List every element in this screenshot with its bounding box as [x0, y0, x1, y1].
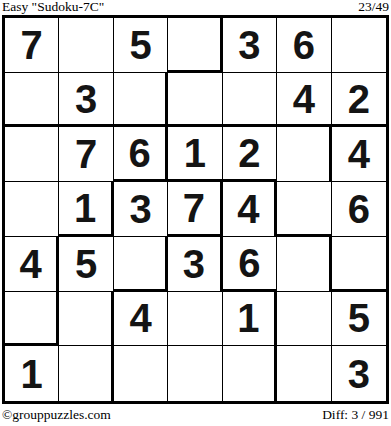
cell-r3c6: [277, 127, 331, 182]
cell-r2c4: [168, 73, 222, 128]
difficulty-text: Diff: 3 / 991: [322, 407, 389, 422]
cell-r2c3: [114, 73, 168, 128]
footer-bar: ©grouppuzzles.com Diff: 3 / 991: [2, 407, 389, 423]
puzzle-counter: 23/49: [358, 0, 389, 14]
cell-r6c6: [277, 292, 331, 347]
cell-r1c2: [59, 18, 113, 73]
cell-r1c3: 5: [114, 18, 168, 73]
cell-r6c7: 5: [332, 292, 386, 347]
cell-r3c7: 4: [332, 127, 386, 182]
cell-r5c7: [332, 237, 386, 292]
cell-r1c6: 6: [277, 18, 331, 73]
cell-r2c6: 4: [277, 73, 331, 128]
cell-r5c2: 5: [59, 237, 113, 292]
cell-r3c1: [5, 127, 59, 182]
cell-r4c7: 6: [332, 182, 386, 237]
cell-r7c1: 1: [5, 346, 59, 401]
copyright-text: ©grouppuzzles.com: [2, 407, 111, 422]
cell-r7c5: [223, 346, 277, 401]
cell-r3c4: 1: [168, 127, 222, 182]
cell-r7c3: [114, 346, 168, 401]
cell-r4c6: [277, 182, 331, 237]
cell-r5c3: [114, 237, 168, 292]
cell-r4c1: [5, 182, 59, 237]
cell-r7c6: [277, 346, 331, 401]
cell-r6c5: 1: [223, 292, 277, 347]
cell-r5c4: 3: [168, 237, 222, 292]
cell-r2c2: 3: [59, 73, 113, 128]
cell-r6c1: [5, 292, 59, 347]
cell-r1c5: 3: [223, 18, 277, 73]
cell-r1c7: [332, 18, 386, 73]
cell-r1c1: 7: [5, 18, 59, 73]
cell-r4c5: 4: [223, 182, 277, 237]
cell-r1c4: [168, 18, 222, 73]
cell-r2c7: 2: [332, 73, 386, 128]
page-title: Easy "Sudoku-7C": [2, 0, 104, 14]
cell-r6c2: [59, 292, 113, 347]
cell-r7c4: [168, 346, 222, 401]
cell-r3c3: 6: [114, 127, 168, 182]
cell-r5c5: 6: [223, 237, 277, 292]
cell-r2c1: [5, 73, 59, 128]
cell-r7c7: 3: [332, 346, 386, 401]
cell-r6c4: [168, 292, 222, 347]
cell-r5c1: 4: [5, 237, 59, 292]
cell-r4c4: 7: [168, 182, 222, 237]
cell-r2c5: [223, 73, 277, 128]
cell-r4c3: 3: [114, 182, 168, 237]
sudoku-board: 75363427612413746453641513: [2, 15, 389, 404]
cell-r5c6: [277, 237, 331, 292]
cell-r3c2: 7: [59, 127, 113, 182]
header-bar: Easy "Sudoku-7C" 23/49: [2, 0, 389, 14]
cell-r3c5: 2: [223, 127, 277, 182]
cell-r4c2: 1: [59, 182, 113, 237]
cell-r7c2: [59, 346, 113, 401]
cell-r6c3: 4: [114, 292, 168, 347]
